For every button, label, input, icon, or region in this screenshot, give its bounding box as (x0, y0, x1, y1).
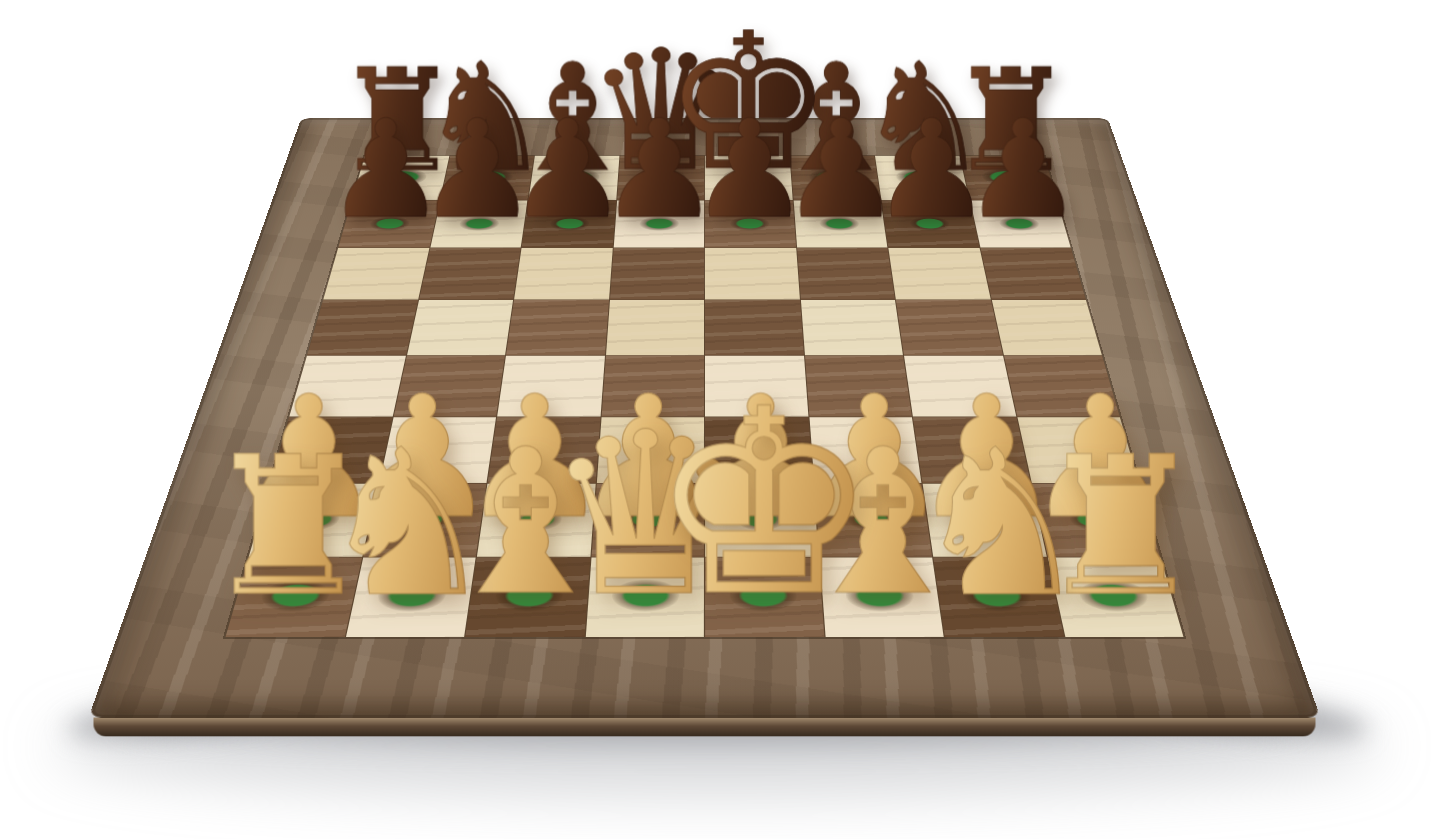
square-h6[interactable] (980, 248, 1086, 299)
white-king[interactable]: ♚ (650, 376, 879, 632)
square-a6[interactable] (323, 248, 429, 299)
white-knight[interactable]: ♞ (317, 422, 498, 624)
square-e6[interactable] (705, 248, 799, 299)
square-g5[interactable] (896, 300, 1003, 356)
black-pawn[interactable]: ♟ (962, 102, 1083, 237)
square-c5[interactable] (506, 300, 609, 356)
square-d5[interactable] (606, 300, 704, 356)
chess-board: ♜♞♝♛♚♝♞♜♟♟♟♟♟♟♟♟♟♟♟♟♟♟♟♟♜♞♝♛♚♝♞♜ (88, 118, 1320, 717)
square-b1[interactable]: ♞ (345, 557, 475, 637)
white-knight[interactable]: ♞ (911, 422, 1092, 624)
square-f5[interactable] (800, 300, 903, 356)
board-squares: ♜♞♝♛♚♝♞♜♟♟♟♟♟♟♟♟♟♟♟♟♟♟♟♟♜♞♝♛♚♝♞♜ (225, 156, 1183, 637)
square-b6[interactable] (419, 248, 521, 299)
square-e5[interactable] (705, 300, 803, 356)
square-g6[interactable] (888, 248, 990, 299)
square-d6[interactable] (610, 248, 704, 299)
square-a5[interactable] (307, 300, 418, 356)
square-h7[interactable]: ♟ (970, 200, 1071, 247)
square-e1[interactable]: ♚ (705, 557, 824, 637)
square-g1[interactable]: ♞ (933, 557, 1063, 637)
square-h5[interactable] (991, 300, 1102, 356)
square-f6[interactable] (797, 248, 895, 299)
board-edge (93, 718, 1315, 737)
square-b5[interactable] (407, 300, 514, 356)
chess-photo-scene: ♜♞♝♛♚♝♞♜♟♟♟♟♟♟♟♟♟♟♟♟♟♟♟♟♜♞♝♛♚♝♞♜ (0, 0, 1440, 839)
square-c6[interactable] (514, 248, 612, 299)
